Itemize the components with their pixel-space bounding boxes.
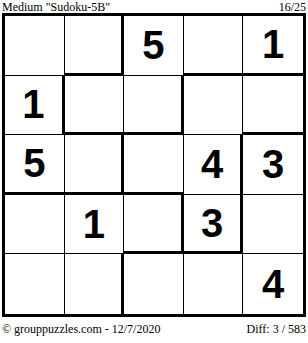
puzzle-page: Medium "Sudoku-5B" 16/25 511543134 © gro…: [0, 0, 308, 336]
difficulty-text: Diff: 3 / 583: [247, 323, 306, 336]
sudoku-board: 511543134: [2, 13, 306, 317]
given-cell-r3c4: 4: [184, 135, 244, 195]
empty-cell-r4c1[interactable]: [5, 195, 65, 255]
puzzle-title: Medium "Sudoku-5B": [2, 1, 110, 13]
given-cell-r2c1: 1: [5, 76, 65, 136]
empty-cell-r2c5[interactable]: [243, 76, 303, 136]
given-cell-r4c2: 1: [65, 195, 125, 255]
empty-cell-r1c1[interactable]: [5, 16, 65, 76]
empty-cell-r4c5[interactable]: [243, 195, 303, 255]
copyright-text: © grouppuzzles.com - 12/7/2020: [2, 323, 160, 336]
given-cell-r1c3: 5: [124, 16, 184, 76]
given-cell-r3c5: 3: [243, 135, 303, 195]
empty-cell-r3c2[interactable]: [65, 135, 125, 195]
empty-cell-counter: 16/25: [279, 1, 306, 13]
empty-cell-r2c3[interactable]: [124, 76, 184, 136]
puzzle-header: Medium "Sudoku-5B" 16/25: [2, 0, 306, 13]
puzzle-footer: © grouppuzzles.com - 12/7/2020 Diff: 3 /…: [2, 323, 306, 336]
empty-cell-r2c2[interactable]: [65, 76, 125, 136]
empty-cell-r1c4[interactable]: [184, 16, 244, 76]
empty-cell-r2c4[interactable]: [184, 76, 244, 136]
empty-cell-r3c3[interactable]: [124, 135, 184, 195]
given-cell-r3c1: 5: [5, 135, 65, 195]
empty-cell-r5c2[interactable]: [65, 254, 125, 314]
given-cell-r5c5: 4: [243, 254, 303, 314]
empty-cell-r1c2[interactable]: [65, 16, 125, 76]
empty-cell-r5c1[interactable]: [5, 254, 65, 314]
empty-cell-r5c4[interactable]: [184, 254, 244, 314]
given-cell-r1c5: 1: [243, 16, 303, 76]
empty-cell-r4c3[interactable]: [124, 195, 184, 255]
given-cell-r4c4: 3: [184, 195, 244, 255]
empty-cell-r5c3[interactable]: [124, 254, 184, 314]
